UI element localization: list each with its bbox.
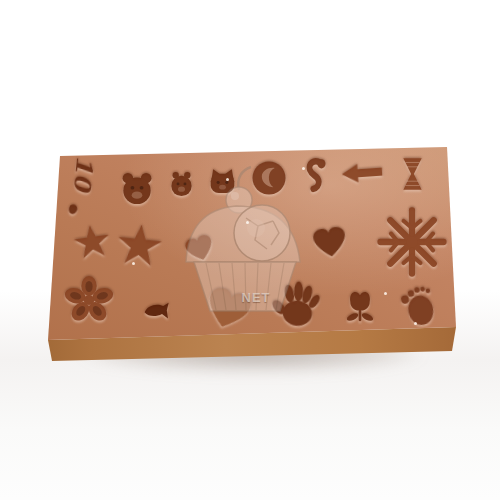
dust-speck — [384, 292, 387, 295]
fish-shape — [141, 296, 171, 324]
cavity-baby-foot — [393, 279, 446, 333]
cavity-small-fish — [141, 296, 171, 324]
flower-shape — [63, 275, 115, 325]
cavity-star-small — [71, 222, 114, 263]
bear-shape — [118, 170, 156, 207]
bowtie-shape — [399, 156, 426, 192]
watermark-text: NET — [196, 290, 316, 305]
dust-speck — [414, 322, 417, 325]
cavity-snowflake — [377, 207, 447, 277]
snowflake-shape — [377, 207, 447, 277]
foot-shape — [393, 279, 446, 333]
cavity-bow-tie — [399, 156, 426, 192]
cavity-ornament-script-10: 10 — [56, 155, 106, 221]
cavity-star-large — [113, 220, 164, 270]
star-shape — [113, 220, 164, 270]
star-shape — [71, 222, 114, 263]
cavity-tulip-flower — [338, 286, 382, 328]
script-shape: 10 — [56, 155, 106, 221]
cavity-flower-five-petal — [63, 275, 115, 325]
dust-speck — [132, 262, 135, 265]
tulip-shape — [338, 286, 382, 328]
svg-text:10: 10 — [68, 157, 99, 194]
arrow-shape — [340, 159, 384, 188]
cavity-bear-face-large — [118, 170, 156, 207]
photo-stage: 10 — [0, 0, 500, 500]
cavity-arrow-left — [340, 159, 384, 188]
